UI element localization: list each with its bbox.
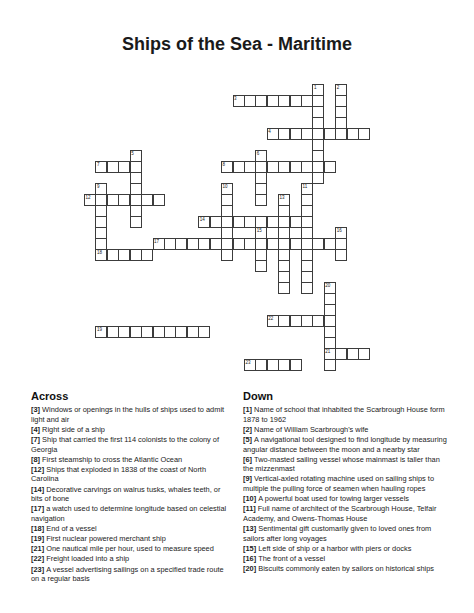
grid-cell[interactable] — [301, 282, 313, 294]
clue-item-number: [9] — [243, 474, 254, 483]
clue-item-number: [2] — [243, 425, 254, 434]
grid-cell[interactable] — [107, 326, 119, 338]
grid-cell[interactable] — [278, 315, 290, 327]
clue-item: [9] Vertical-axled rotating machine used… — [243, 474, 451, 493]
clue-item-number: [16] — [243, 554, 258, 563]
grid-cell[interactable]: 3 — [233, 95, 245, 107]
clue-number-label: 20 — [325, 283, 330, 288]
grid-cell[interactable] — [130, 216, 142, 228]
grid-cell[interactable] — [233, 216, 245, 228]
clue-item-number: [15] — [243, 544, 258, 553]
grid-cell[interactable] — [255, 260, 267, 272]
grid-cell[interactable] — [118, 194, 130, 206]
grid-cell[interactable] — [301, 315, 313, 327]
grid-cell[interactable] — [312, 172, 324, 184]
grid-cell[interactable] — [290, 216, 302, 228]
grid-cell[interactable]: 12 — [84, 194, 96, 206]
across-heading: Across — [31, 390, 233, 402]
clue-number-label: 4 — [268, 129, 271, 134]
clue-number-label: 10 — [223, 184, 228, 189]
clue-item-number: [14] — [31, 485, 46, 494]
grid-cell[interactable]: 17 — [153, 238, 165, 250]
grid-cell[interactable] — [267, 161, 279, 173]
grid-cell[interactable] — [255, 194, 267, 206]
clue-item-number: [22] — [31, 554, 46, 563]
down-clue-list: [1] Name of school that inhabited the Sc… — [243, 405, 451, 574]
clue-number-label: 16 — [337, 228, 342, 233]
grid-cell[interactable] — [278, 95, 290, 107]
clue-item: [1] Name of school that inhabited the Sc… — [243, 405, 451, 424]
grid-cell[interactable] — [301, 161, 313, 173]
clue-item: [16] The front of a vessel — [243, 554, 451, 564]
clue-number-label: 13 — [280, 195, 285, 200]
grid-cell[interactable] — [278, 282, 290, 294]
grid-cell[interactable] — [198, 238, 210, 250]
grid-cell[interactable] — [335, 348, 347, 360]
down-heading: Down — [243, 390, 451, 402]
grid-cell[interactable] — [358, 128, 370, 140]
grid-cell[interactable] — [244, 216, 256, 228]
clue-item-number: [18] — [31, 524, 46, 533]
grid-cell[interactable]: 23 — [244, 359, 256, 371]
grid-cell[interactable] — [267, 359, 279, 371]
grid-cell[interactable] — [175, 326, 187, 338]
grid-cell[interactable] — [267, 238, 279, 250]
grid-cell[interactable] — [290, 315, 302, 327]
grid-cell[interactable] — [301, 128, 313, 140]
grid-cell[interactable] — [221, 249, 233, 261]
clue-item: [14] Decorative carvings on walrus tusks… — [31, 485, 233, 504]
grid-cell[interactable] — [187, 238, 199, 250]
clue-item: [6] Two-masted sailing vessel whose main… — [243, 455, 451, 474]
clue-item: [13] Sentimental gift customarily given … — [243, 524, 451, 543]
across-clue-list: [3] Windows or openings in the hulls of … — [31, 405, 233, 584]
grid-cell[interactable] — [153, 326, 165, 338]
clue-item: [3] Windows or openings in the hulls of … — [31, 405, 233, 424]
clue-item: [15] Left side of ship or a harbor with … — [243, 544, 451, 554]
clue-number-label: 22 — [268, 316, 273, 321]
clue-number-label: 21 — [325, 349, 330, 354]
clue-item-number: [12] — [31, 465, 46, 474]
clue-item: [10] A powerful boat used for towing lar… — [243, 494, 451, 504]
clue-item-number: [3] — [31, 405, 42, 414]
across-clues-column: Across [3] Windows or openings in the hu… — [31, 390, 233, 584]
down-clues-column: Down [1] Name of school that inhabited t… — [243, 390, 451, 574]
grid-cell[interactable]: 4 — [267, 128, 279, 140]
clue-item: [21] One nautical mile per hour, used to… — [31, 544, 233, 554]
clue-item-number: [8] — [31, 455, 42, 464]
clue-number-label: 3 — [234, 96, 237, 101]
grid-cell[interactable] — [347, 348, 359, 360]
grid-cell[interactable] — [255, 359, 267, 371]
grid-cell[interactable] — [164, 326, 176, 338]
grid-cell[interactable] — [324, 359, 336, 371]
grid-cell[interactable] — [141, 326, 153, 338]
grid-cell[interactable]: 18 — [95, 249, 107, 261]
grid-cell[interactable] — [347, 128, 359, 140]
crossword-page: Ships of the Sea - Maritime 123456789181… — [0, 0, 474, 613]
clue-item: [8] First steamship to cross the Atlanti… — [31, 455, 233, 465]
clue-number-label: 18 — [97, 250, 102, 255]
grid-cell[interactable] — [153, 194, 165, 206]
grid-cell[interactable] — [233, 161, 245, 173]
clue-item-number: [10] — [243, 494, 258, 503]
clue-item-number: [11] — [243, 504, 258, 513]
clue-number-label: 8 — [223, 162, 226, 167]
grid-cell[interactable] — [210, 238, 222, 250]
grid-cell[interactable] — [312, 315, 324, 327]
clue-item-number: [5] — [243, 435, 254, 444]
clue-item: [17] a watch used to determine longitude… — [31, 504, 233, 523]
clue-number-label: 19 — [97, 327, 102, 332]
grid-cell[interactable] — [175, 238, 187, 250]
clue-number-label: 15 — [257, 228, 262, 233]
grid-cell[interactable] — [358, 348, 370, 360]
page-title: Ships of the Sea - Maritime — [0, 34, 474, 55]
clue-number-label: 17 — [154, 239, 159, 244]
grid-cell[interactable] — [107, 161, 119, 173]
clue-number-label: 2 — [337, 85, 340, 90]
clue-item: [2] Name of William Scarbrough's wife — [243, 425, 451, 435]
grid-cell[interactable] — [187, 326, 199, 338]
grid-cell[interactable] — [233, 238, 245, 250]
clue-item: [11] Full name of architect of the Scarb… — [243, 504, 451, 523]
grid-cell[interactable] — [278, 128, 290, 140]
grid-cell[interactable] — [278, 359, 290, 371]
clue-item: [12] Ships that exploded in 1838 of the … — [31, 465, 233, 484]
grid-cell[interactable] — [118, 249, 130, 261]
grid-cell[interactable] — [290, 95, 302, 107]
clue-item: [22] Freight loaded into a ship — [31, 554, 233, 564]
grid-cell[interactable]: 14 — [198, 216, 210, 228]
grid-cell[interactable] — [267, 95, 279, 107]
clue-number-label: 7 — [97, 162, 100, 167]
grid-cell[interactable]: 8 — [221, 161, 233, 173]
crossword-grid: 1234567891810111213141516172021221923 — [84, 84, 384, 394]
clue-item: [4] Right side of a ship — [31, 425, 233, 435]
clue-number-label: 23 — [245, 360, 250, 365]
grid-cell[interactable] — [164, 238, 176, 250]
clue-item-number: [1] — [243, 405, 254, 414]
clue-number-label: 12 — [86, 195, 91, 200]
clue-item: [19] First nuclear powered merchant ship — [31, 534, 233, 544]
grid-cell[interactable] — [141, 194, 153, 206]
grid-cell[interactable] — [244, 238, 256, 250]
grid-cell[interactable] — [290, 359, 302, 371]
clue-item: [18] End of a vessel — [31, 524, 233, 534]
clue-item: [5] A navigational tool designed to find… — [243, 435, 451, 454]
grid-cell[interactable]: 19 — [95, 326, 107, 338]
grid-cell[interactable] — [130, 249, 142, 261]
clue-item-number: [20] — [243, 564, 258, 573]
grid-cell[interactable] — [335, 249, 347, 261]
clue-item-number: [21] — [31, 544, 46, 553]
clue-number-label: 5 — [131, 151, 134, 156]
clue-number-label: 9 — [97, 184, 100, 189]
grid-cell[interactable] — [290, 128, 302, 140]
grid-cell[interactable] — [324, 161, 336, 173]
grid-cell[interactable]: 7 — [95, 161, 107, 173]
grid-cell[interactable] — [210, 216, 222, 228]
grid-cell[interactable] — [118, 326, 130, 338]
clue-item-number: [7] — [31, 435, 42, 444]
grid-cell[interactable] — [312, 238, 324, 250]
clue-number-label: 6 — [257, 151, 260, 156]
grid-cell[interactable]: 22 — [267, 315, 279, 327]
grid-cell[interactable] — [324, 238, 336, 250]
grid-cell[interactable] — [244, 161, 256, 173]
grid-cell[interactable] — [141, 249, 153, 261]
grid-cell[interactable] — [107, 249, 119, 261]
grid-cell[interactable] — [198, 326, 210, 338]
grid-cell[interactable] — [107, 194, 119, 206]
clue-item-number: [13] — [243, 524, 258, 533]
grid-cell[interactable] — [324, 128, 336, 140]
clue-number-label: 14 — [200, 217, 205, 222]
grid-cell[interactable] — [130, 326, 142, 338]
grid-cell[interactable] — [335, 128, 347, 140]
grid-cell[interactable] — [290, 161, 302, 173]
clue-item-number: [4] — [31, 425, 42, 434]
grid-cell[interactable] — [267, 216, 279, 228]
grid-cell[interactable] — [244, 95, 256, 107]
clue-item-number: [6] — [243, 455, 254, 464]
clue-item-number: [23] — [31, 565, 46, 574]
grid-cell[interactable] — [118, 161, 130, 173]
grid-cell[interactable] — [290, 238, 302, 250]
grid-cell[interactable] — [255, 95, 267, 107]
grid-cell[interactable] — [301, 95, 313, 107]
clue-item: [7] Ship that carried the first 114 colo… — [31, 435, 233, 454]
clue-number-label: 11 — [303, 184, 308, 189]
clue-item: [20] Biscuits commonly eaten by sailors … — [243, 564, 451, 574]
grid-cell[interactable] — [278, 161, 290, 173]
clue-item-number: [17] — [31, 504, 46, 513]
clue-number-label: 1 — [314, 85, 317, 90]
clue-item-number: [19] — [31, 534, 46, 543]
clue-item: [23] A vessel advertising sailings on a … — [31, 565, 233, 584]
